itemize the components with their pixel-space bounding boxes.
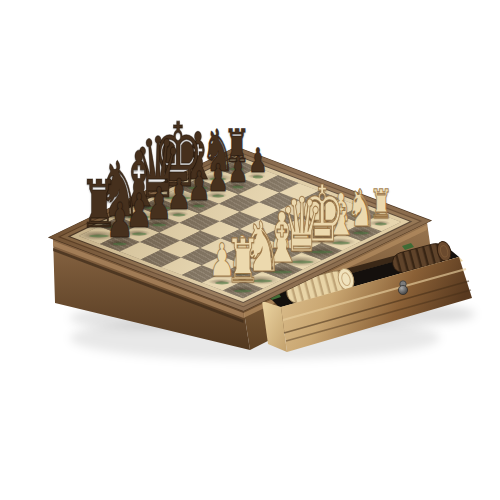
drawer-knob <box>398 281 407 295</box>
product-photo-stage: ♜♟♞♟♝♟♚♟♛♟♟♝♜♟♟♞♞♟♟♜♝♟♟♚♟♛♟♝♟♞♟♜ <box>0 0 500 500</box>
